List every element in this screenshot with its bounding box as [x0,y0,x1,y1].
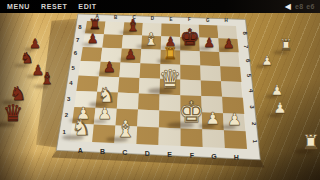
last-move-display: ◀ e8 e6 [285,0,315,13]
captured-white-pawn-1[interactable]: ♟ [258,54,276,68]
top-menu-bar: MENU RESET EDIT ◀ e8 e6 [0,0,320,13]
piece-g7-black-pawn[interactable]: ♟ [200,36,218,49]
menu-button[interactable]: MENU [7,3,30,10]
piece-c6-black-pawn[interactable]: ♟ [121,47,140,61]
captured-black-queen-5[interactable]: ♛ [0,102,29,126]
piece-layer: ♜♝♟♝♟♚♟♟♟♜♟♛♞♟♟♚♟♟♞♝♟♞♟♝♞♛♜♟♟♟♜ [0,0,320,180]
last-move-text: e8 e6 [295,3,315,10]
piece-g2-white-pawn[interactable]: ♟ [201,110,224,127]
piece-b5-black-pawn[interactable]: ♟ [99,60,119,75]
piece-h2-white-pawn[interactable]: ♟ [223,111,246,128]
reset-button[interactable]: RESET [41,3,67,10]
captured-black-bishop-3[interactable]: ♝ [36,71,58,88]
captured-white-pawn-2[interactable]: ♟ [267,83,287,98]
piece-e4-white-queen[interactable]: ♛ [152,66,188,93]
piece-a8-black-rook[interactable]: ♜ [85,17,105,32]
captured-white-pawn-3[interactable]: ♟ [270,101,291,117]
piece-e6-black-rook[interactable]: ♜ [159,46,181,63]
captured-white-rook-0[interactable]: ♜ [276,38,297,54]
piece-a7-black-pawn[interactable]: ♟ [84,32,102,45]
piece-h7-black-pawn[interactable]: ♟ [220,37,238,50]
captured-white-rook-4[interactable]: ♜ [297,132,320,153]
piece-c1-white-bishop[interactable]: ♝ [109,117,142,141]
edit-button[interactable]: EDIT [78,3,96,10]
undo-back-icon[interactable]: ◀ [285,0,291,13]
piece-a1-white-knight[interactable]: ♞ [66,116,97,139]
piece-b3-white-knight[interactable]: ♞ [92,85,121,106]
chess-app-window: AABBCCDDEEFFGGHH1122334455667788 ♜♝♟♝♟♚♟… [0,0,320,180]
